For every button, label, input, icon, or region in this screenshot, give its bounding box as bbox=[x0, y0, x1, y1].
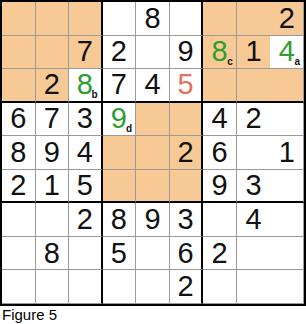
cell-digit: 7 bbox=[44, 104, 60, 133]
cell-digit: 1 bbox=[44, 171, 60, 200]
sudoku-board: 827298c14a28b7456739d4289426121593289348… bbox=[0, 0, 306, 306]
cell-r9c8 bbox=[237, 270, 271, 304]
cell-r4c2: 7 bbox=[36, 103, 70, 137]
cell-digit: 4 bbox=[144, 70, 160, 99]
figure-caption: Figure 5 bbox=[0, 306, 306, 324]
cell-r9c5 bbox=[136, 270, 170, 304]
cell-r5c3: 4 bbox=[69, 136, 103, 170]
cell-r4c8: 2 bbox=[237, 103, 271, 137]
cell-r6c6 bbox=[170, 170, 204, 204]
cell-r7c1 bbox=[2, 203, 36, 237]
cell-digit: 5 bbox=[177, 70, 193, 99]
cell-digit: 8 bbox=[10, 138, 26, 167]
cell-r8c7: 2 bbox=[203, 237, 237, 271]
cell-r5c9: 1 bbox=[270, 136, 304, 170]
cell-digit: 8 bbox=[144, 4, 160, 33]
cell-digit: 9 bbox=[111, 104, 127, 133]
cell-r2c6: 9 bbox=[170, 36, 204, 70]
cell-r7c9 bbox=[270, 203, 304, 237]
cell-r4c5 bbox=[136, 103, 170, 137]
cell-r4c4: 9d bbox=[103, 103, 137, 137]
cell-sublabel: d bbox=[126, 124, 132, 134]
cell-r5c2: 9 bbox=[36, 136, 70, 170]
cell-r1c4 bbox=[103, 2, 137, 36]
cell-digit: 2 bbox=[44, 70, 60, 99]
cell-digit: 8 bbox=[77, 70, 93, 99]
cell-digit: 2 bbox=[77, 205, 93, 234]
cell-r9c9 bbox=[270, 270, 304, 304]
cell-r9c4 bbox=[103, 270, 137, 304]
cell-r8c4: 5 bbox=[103, 237, 137, 271]
cell-r1c2 bbox=[36, 2, 70, 36]
cell-r2c2 bbox=[36, 36, 70, 70]
cell-digit: 2 bbox=[111, 37, 127, 66]
cell-digit: 2 bbox=[177, 272, 193, 301]
cell-r1c7 bbox=[203, 2, 237, 36]
cell-r1c3 bbox=[69, 2, 103, 36]
cell-digit: 4 bbox=[212, 104, 228, 133]
cell-r6c5 bbox=[136, 170, 170, 204]
cell-r8c6: 6 bbox=[170, 237, 204, 271]
cell-digit: 4 bbox=[279, 37, 295, 66]
cell-r4c7: 4 bbox=[203, 103, 237, 137]
cell-r8c3 bbox=[69, 237, 103, 271]
cell-digit: 2 bbox=[279, 4, 295, 33]
cell-r2c4: 2 bbox=[103, 36, 137, 70]
cell-digit: 5 bbox=[111, 239, 127, 268]
cell-r3c4: 7 bbox=[103, 69, 137, 103]
cell-digit: 2 bbox=[246, 104, 262, 133]
cell-digit: 2 bbox=[177, 138, 193, 167]
cell-digit: 9 bbox=[212, 171, 228, 200]
cell-r2c5 bbox=[136, 36, 170, 70]
cell-r5c8 bbox=[237, 136, 271, 170]
cell-digit: 1 bbox=[246, 37, 262, 66]
cell-digit: 8 bbox=[212, 37, 228, 66]
cell-r1c8 bbox=[237, 2, 271, 36]
cell-digit: 5 bbox=[77, 171, 93, 200]
cell-digit: 3 bbox=[246, 171, 262, 200]
cell-r6c1: 2 bbox=[2, 170, 36, 204]
cell-sublabel: c bbox=[227, 57, 233, 67]
cell-r1c6 bbox=[170, 2, 204, 36]
cell-r9c2 bbox=[36, 270, 70, 304]
cell-digit: 3 bbox=[77, 104, 93, 133]
cell-r9c1 bbox=[2, 270, 36, 304]
cell-r3c7 bbox=[203, 69, 237, 103]
cell-digit: 2 bbox=[212, 239, 228, 268]
sudoku-figure: 827298c14a28b7456739d4289426121593289348… bbox=[0, 0, 306, 324]
cell-r1c1 bbox=[2, 2, 36, 36]
cell-r5c4 bbox=[103, 136, 137, 170]
cell-r3c6: 5 bbox=[170, 69, 204, 103]
cell-digit: 7 bbox=[111, 70, 127, 99]
cell-digit: 6 bbox=[10, 104, 26, 133]
cell-r3c9 bbox=[270, 69, 304, 103]
cell-r6c8: 3 bbox=[237, 170, 271, 204]
cell-r7c3: 2 bbox=[69, 203, 103, 237]
cell-r2c1 bbox=[2, 36, 36, 70]
cell-digit: 7 bbox=[77, 37, 93, 66]
cell-r9c3 bbox=[69, 270, 103, 304]
cell-r7c4: 8 bbox=[103, 203, 137, 237]
cell-r8c1 bbox=[2, 237, 36, 271]
cell-r7c7 bbox=[203, 203, 237, 237]
cell-digit: 4 bbox=[246, 205, 262, 234]
cell-r5c5 bbox=[136, 136, 170, 170]
cell-r4c1: 6 bbox=[2, 103, 36, 137]
cell-r4c9 bbox=[270, 103, 304, 137]
cell-digit: 8 bbox=[111, 205, 127, 234]
cell-r3c8 bbox=[237, 69, 271, 103]
cell-r2c3: 7 bbox=[69, 36, 103, 70]
cell-r2c9: 4a bbox=[270, 36, 304, 70]
cell-r8c5 bbox=[136, 237, 170, 271]
cell-r3c5: 4 bbox=[136, 69, 170, 103]
cell-r4c6 bbox=[170, 103, 204, 137]
cell-r4c3: 3 bbox=[69, 103, 103, 137]
cell-r3c3: 8b bbox=[69, 69, 103, 103]
cell-r3c2: 2 bbox=[36, 69, 70, 103]
cell-r7c8: 4 bbox=[237, 203, 271, 237]
cell-r6c9 bbox=[270, 170, 304, 204]
cell-r5c1: 8 bbox=[2, 136, 36, 170]
cell-r8c2: 8 bbox=[36, 237, 70, 271]
cell-r5c6: 2 bbox=[170, 136, 204, 170]
cell-r6c3: 5 bbox=[69, 170, 103, 204]
cell-r6c4 bbox=[103, 170, 137, 204]
cell-digit: 9 bbox=[144, 205, 160, 234]
cell-digit: 6 bbox=[212, 138, 228, 167]
cell-r9c6: 2 bbox=[170, 270, 204, 304]
cell-r2c7: 8c bbox=[203, 36, 237, 70]
cell-r7c2 bbox=[36, 203, 70, 237]
cell-r5c7: 6 bbox=[203, 136, 237, 170]
cell-digit: 9 bbox=[177, 37, 193, 66]
cell-r7c5: 9 bbox=[136, 203, 170, 237]
cell-r6c7: 9 bbox=[203, 170, 237, 204]
cell-r8c8 bbox=[237, 237, 271, 271]
cell-digit: 4 bbox=[77, 138, 93, 167]
cell-r2c8: 1 bbox=[237, 36, 271, 70]
cell-r1c9: 2 bbox=[270, 2, 304, 36]
cell-digit: 6 bbox=[177, 239, 193, 268]
cell-r9c7 bbox=[203, 270, 237, 304]
cell-sublabel: b bbox=[92, 90, 98, 100]
cell-r3c1 bbox=[2, 69, 36, 103]
cell-digit: 8 bbox=[44, 239, 60, 268]
cell-r8c9 bbox=[270, 237, 304, 271]
cell-r7c6: 3 bbox=[170, 203, 204, 237]
cell-digit: 9 bbox=[44, 138, 60, 167]
cell-r1c5: 8 bbox=[136, 2, 170, 36]
cell-digit: 1 bbox=[279, 138, 295, 167]
cell-digit: 3 bbox=[177, 205, 193, 234]
cell-r6c2: 1 bbox=[36, 170, 70, 204]
cell-sublabel: a bbox=[294, 57, 300, 67]
cell-digit: 2 bbox=[10, 171, 26, 200]
